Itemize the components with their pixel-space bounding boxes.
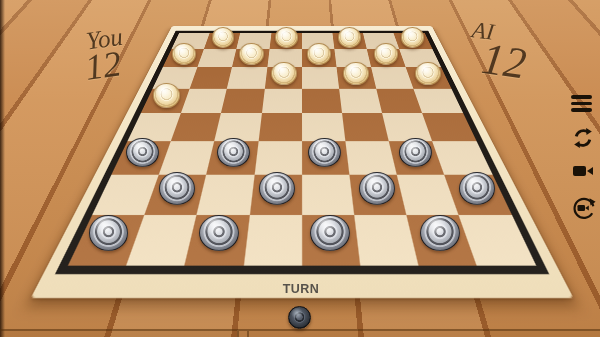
restart-button[interactable] bbox=[572, 127, 594, 149]
camera-rotate-icon bbox=[571, 195, 597, 221]
square-r5-c3[interactable] bbox=[215, 113, 262, 141]
piece-white[interactable]: ⛀ bbox=[275, 27, 298, 47]
square-r4-c3[interactable] bbox=[222, 89, 265, 113]
piece-dark[interactable]: ⛂ bbox=[459, 172, 495, 204]
plank-seam bbox=[237, 331, 239, 337]
piece-dark[interactable]: ⛂ bbox=[310, 215, 350, 251]
piece-dark[interactable]: ⛂ bbox=[159, 172, 195, 204]
piece-white[interactable]: ⛀ bbox=[338, 27, 361, 47]
piece-dark[interactable]: ⛂ bbox=[420, 215, 460, 251]
piece-dark[interactable]: ⛂ bbox=[217, 138, 250, 168]
piece-dark[interactable]: ⛂ bbox=[359, 172, 395, 204]
square-r7-c3[interactable] bbox=[197, 175, 254, 216]
square-r8-c4[interactable] bbox=[244, 216, 302, 266]
square-r5-c2[interactable] bbox=[171, 113, 221, 141]
square-r3-c3[interactable] bbox=[227, 68, 267, 89]
square-r4-c4[interactable] bbox=[262, 89, 302, 113]
restart-icon bbox=[572, 127, 594, 149]
square-r7-c5[interactable] bbox=[302, 175, 354, 216]
menu-button[interactable] bbox=[571, 95, 592, 115]
square-r5-c6[interactable] bbox=[342, 113, 389, 141]
piece-white[interactable]: ⛀ bbox=[307, 43, 331, 65]
piece-dark[interactable]: ⛂ bbox=[199, 215, 239, 251]
square-r5-c4[interactable] bbox=[258, 113, 302, 141]
piece-white[interactable]: ⛀ bbox=[239, 43, 263, 65]
checkers-game-screen: ⛀⛀⛀⛀⛀⛀⛀⛀⛀⛀⛀⛀⛂⛂⛂⛂⛂⛂⛂⛂⛂⛂⛂⛂ You 12 AI 12 TU… bbox=[0, 0, 600, 337]
camera-icon bbox=[573, 166, 586, 176]
turn-piece-dark: ⛂ bbox=[288, 306, 311, 329]
piece-dark[interactable]: ⛂ bbox=[399, 138, 432, 168]
square-r5-c8[interactable] bbox=[423, 113, 477, 141]
square-r4-c2[interactable] bbox=[181, 89, 227, 113]
square-r4-c8[interactable] bbox=[414, 89, 463, 113]
piece-dark[interactable]: ⛂ bbox=[89, 215, 129, 251]
square-r3-c5[interactable] bbox=[302, 68, 339, 89]
plank-seam bbox=[247, 331, 249, 337]
square-r4-c5[interactable] bbox=[302, 89, 342, 113]
camera-rotate-button[interactable] bbox=[571, 195, 597, 221]
piece-dark[interactable]: ⛂ bbox=[126, 138, 159, 168]
piece-white[interactable]: ⛀ bbox=[415, 62, 441, 85]
bottom-plank-seam bbox=[0, 329, 600, 337]
piece-dark[interactable]: ⛂ bbox=[259, 172, 295, 204]
score-you: You 12 bbox=[56, 14, 155, 86]
square-r6-c4[interactable] bbox=[254, 141, 302, 175]
square-r4-c6[interactable] bbox=[339, 89, 382, 113]
menu-icon bbox=[571, 95, 592, 99]
piece-white[interactable]: ⛀ bbox=[401, 27, 424, 47]
piece-white[interactable]: ⛀ bbox=[343, 62, 369, 85]
piece-white[interactable]: ⛀ bbox=[212, 27, 235, 47]
square-r2-c2[interactable] bbox=[198, 49, 237, 67]
square-r3-c2[interactable] bbox=[190, 68, 232, 89]
turn-piece-glyph: ⛂ bbox=[289, 307, 291, 309]
camera-button[interactable] bbox=[573, 166, 593, 176]
piece-dark[interactable]: ⛂ bbox=[308, 138, 341, 168]
table-edge-shadow bbox=[0, 0, 5, 337]
turn-label: TURN bbox=[251, 282, 351, 296]
